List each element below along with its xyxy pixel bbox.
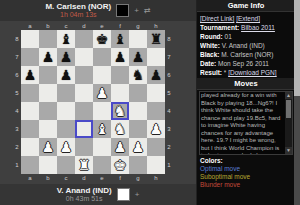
square-g3 <box>129 120 147 138</box>
square-c8: ♝ <box>57 30 75 48</box>
square-c2: ♟ <box>57 138 75 156</box>
file-label: f <box>111 174 129 182</box>
file-labels-bottom: abcdefgh <box>21 174 173 182</box>
page-scrollbar[interactable] <box>294 0 300 205</box>
square-c3 <box>57 120 75 138</box>
zoom-icon[interactable]: + <box>135 191 140 199</box>
rank-label: 7 <box>165 48 173 66</box>
square-h2 <box>147 138 165 156</box>
white-pawn-g2: ♟ <box>132 138 145 156</box>
rank-labels-left: 87654321 <box>13 30 21 174</box>
black-pawn-c6: ♟ <box>60 66 73 84</box>
top-player-clock: 1h 04m 13s <box>45 11 111 18</box>
round-value: 01 <box>225 33 232 40</box>
black-label: Black: <box>200 51 220 58</box>
date-value: Mon Sep 26 2011 <box>218 60 269 67</box>
black-king-e8: ♚ <box>96 30 109 48</box>
square-f4: ♞ <box>111 102 129 120</box>
square-h1 <box>147 156 165 174</box>
square-g4 <box>129 102 147 120</box>
square-a6: ♟ <box>21 66 39 84</box>
white-bishop-e3: ♝ <box>96 120 109 138</box>
square-b5 <box>39 84 57 102</box>
square-a4 <box>21 102 39 120</box>
square-b7: ♟ <box>39 48 57 66</box>
black-pawn-b7: ♟ <box>42 48 55 66</box>
scroll-down-icon[interactable]: ▼ <box>285 147 292 154</box>
direct-link[interactable]: [Direct Link] <box>200 15 234 22</box>
square-c7: ♟ <box>57 48 75 66</box>
white-knight-f4: ♞ <box>114 102 127 120</box>
square-a2 <box>21 138 39 156</box>
black-pawn-h6: ♟ <box>150 66 163 84</box>
chess-live-viewer: M. Carlsen (NOR) 1h 04m 13s + ⇄ abcdefgh… <box>0 0 300 205</box>
square-f1: ♚ <box>111 156 129 174</box>
black-side-swatch <box>116 4 129 17</box>
square-g8 <box>129 30 147 48</box>
square-e2 <box>93 138 111 156</box>
file-label: b <box>39 174 57 182</box>
white-pawn-c2: ♟ <box>60 138 73 156</box>
square-f8: ♝ <box>111 30 129 48</box>
black-rook-h8: ♜ <box>150 30 163 48</box>
square-a8 <box>21 30 39 48</box>
bottom-player-name: V. Anand (IND) <box>57 187 112 195</box>
white-side-swatch <box>117 188 130 201</box>
file-label: c <box>57 22 75 30</box>
square-f2: ♟ <box>111 138 129 156</box>
square-b1 <box>39 156 57 174</box>
square-f7: ♟ <box>111 48 129 66</box>
bottom-player-clock: 0h 43m 51s <box>57 195 112 202</box>
square-g5 <box>129 84 147 102</box>
moves-header: Moves <box>197 78 295 90</box>
file-label: e <box>93 174 111 182</box>
moves-scroll-thumb[interactable] <box>286 100 291 118</box>
chess-board: ♝♚♝♜♟♟♟♟♟♟♞♟♟♞♝♞♟♟♟♟♟♜♚ <box>21 30 165 174</box>
black-value: M. Carlsen (NOR) <box>221 51 273 58</box>
square-h3: ♟ <box>147 120 165 138</box>
white-king-f1: ♚ <box>114 156 127 174</box>
rank-label: 3 <box>165 120 173 138</box>
square-e6 <box>93 66 111 84</box>
scroll-up-icon[interactable]: ▲ <box>285 92 292 99</box>
file-label: g <box>129 174 147 182</box>
result-value: * <box>224 69 227 76</box>
square-d7 <box>75 48 93 66</box>
square-g7: ♟ <box>129 48 147 66</box>
rank-label: 2 <box>13 138 21 156</box>
square-f6 <box>111 66 129 84</box>
black-bishop-c8: ♝ <box>60 30 73 48</box>
square-e1 <box>93 156 111 174</box>
legend-optimal: Optimal move <box>200 165 292 173</box>
rank-label: 3 <box>13 120 21 138</box>
square-c1 <box>57 156 75 174</box>
white-pawn-f2: ♟ <box>114 138 127 156</box>
bottom-player-bar: V. Anand (IND) 0h 43m 51s + <box>0 184 196 205</box>
file-label: e <box>93 22 111 30</box>
rank-label: 1 <box>165 156 173 174</box>
legend-suboptimal: Suboptimal move <box>200 173 292 181</box>
square-c6: ♟ <box>57 66 75 84</box>
file-label: c <box>57 174 75 182</box>
zoom-icon[interactable]: + <box>134 7 139 15</box>
tournament-label: Tournament: <box>200 24 239 31</box>
square-d1: ♜ <box>75 156 93 174</box>
date-label: Date: <box>200 60 216 67</box>
file-label: f <box>111 22 129 30</box>
square-g1 <box>129 156 147 174</box>
round-label: Round: <box>200 33 223 40</box>
file-label: h <box>147 22 165 30</box>
square-b8 <box>39 30 57 48</box>
square-a3 <box>21 120 39 138</box>
page-scroll-thumb[interactable] <box>294 0 300 96</box>
black-pawn-c7: ♟ <box>60 48 73 66</box>
square-b2: ♟ <box>39 138 57 156</box>
rank-label: 1 <box>13 156 21 174</box>
file-labels-top: abcdefgh <box>21 22 173 30</box>
square-d3 <box>75 120 93 138</box>
colors-label: Colors: <box>200 157 292 165</box>
square-h5 <box>147 84 165 102</box>
game-info-header: Game Info <box>197 0 295 12</box>
square-b3 <box>39 120 57 138</box>
rank-label: 4 <box>13 102 21 120</box>
moves-box[interactable]: played already for a win with Black by p… <box>199 91 293 155</box>
file-label: d <box>75 22 93 30</box>
rank-labels-right: 87654321 <box>165 30 173 174</box>
square-h8: ♜ <box>147 30 165 48</box>
white-rook-d1: ♜ <box>78 156 91 174</box>
white-knight-f3: ♞ <box>114 120 127 138</box>
rank-label: 8 <box>165 30 173 48</box>
file-label: g <box>129 22 147 30</box>
square-h7 <box>147 48 165 66</box>
square-d4 <box>75 102 93 120</box>
file-label: a <box>21 174 39 182</box>
moves-scrollbar[interactable]: ▲ ▼ <box>285 92 292 154</box>
square-e3: ♝ <box>93 120 111 138</box>
file-label: d <box>75 174 93 182</box>
black-pawn-f7: ♟ <box>114 48 127 66</box>
square-d5 <box>75 84 93 102</box>
square-c5 <box>57 84 75 102</box>
square-f3: ♞ <box>111 120 129 138</box>
rank-label: 7 <box>13 48 21 66</box>
board-column: M. Carlsen (NOR) 1h 04m 13s + ⇄ abcdefgh… <box>0 0 196 205</box>
info-panel: Game Info [Direct Link] [Extend] Tournam… <box>196 0 295 205</box>
legend-blunder: Blunder move <box>200 181 292 189</box>
square-e8: ♚ <box>93 30 111 48</box>
square-g6: ♞ <box>129 66 147 84</box>
white-value: V. Anand (IND) <box>222 42 265 49</box>
white-label: White: <box>200 42 220 49</box>
white-pawn-e5: ♟ <box>96 84 109 102</box>
square-d8 <box>75 30 93 48</box>
square-a1 <box>21 156 39 174</box>
file-label: h <box>147 174 165 182</box>
square-e4 <box>93 102 111 120</box>
tournament-link[interactable]: Bilbao 2011 <box>241 24 275 31</box>
black-pawn-a6: ♟ <box>24 66 37 84</box>
result-label: Result: <box>200 69 222 76</box>
rank-label: 6 <box>13 66 21 84</box>
rank-label: 2 <box>165 138 173 156</box>
flip-board-icon[interactable]: ⇄ <box>144 7 151 15</box>
move-color-legend: Colors: Optimal move Suboptimal move Blu… <box>197 155 295 191</box>
rank-label: 5 <box>165 84 173 102</box>
top-player-name: M. Carlsen (NOR) <box>45 3 111 11</box>
square-e7 <box>93 48 111 66</box>
file-label: b <box>39 22 57 30</box>
file-label: a <box>21 22 39 30</box>
square-b4 <box>39 102 57 120</box>
rank-label: 8 <box>13 30 21 48</box>
black-knight-g6: ♞ <box>132 66 145 84</box>
square-g2: ♟ <box>129 138 147 156</box>
rank-label: 4 <box>165 102 173 120</box>
black-pawn-g7: ♟ <box>132 48 145 66</box>
top-player-bar: M. Carlsen (NOR) 1h 04m 13s + ⇄ <box>0 0 196 21</box>
square-a7 <box>21 48 39 66</box>
black-bishop-f8: ♝ <box>114 30 127 48</box>
chess-board-area: abcdefgh 87654321 ♝♚♝♜♟♟♟♟♟♟♞♟♟♞♝♞♟♟♟♟♟♜… <box>13 22 173 182</box>
square-h4 <box>147 102 165 120</box>
extend-link[interactable]: [Extend] <box>236 15 260 22</box>
download-pgn-link[interactable]: [Download PGN] <box>228 69 276 76</box>
moves-commentary: played already for a win with Black by p… <box>201 92 285 155</box>
square-c4 <box>57 102 75 120</box>
rank-label: 6 <box>165 66 173 84</box>
rank-label: 5 <box>13 84 21 102</box>
square-a5 <box>21 84 39 102</box>
square-d2 <box>75 138 93 156</box>
white-pawn-h3: ♟ <box>150 120 163 138</box>
square-b6 <box>39 66 57 84</box>
square-d6 <box>75 66 93 84</box>
square-f5 <box>111 84 129 102</box>
square-e5: ♟ <box>93 84 111 102</box>
white-pawn-b2: ♟ <box>42 138 55 156</box>
square-h6: ♟ <box>147 66 165 84</box>
